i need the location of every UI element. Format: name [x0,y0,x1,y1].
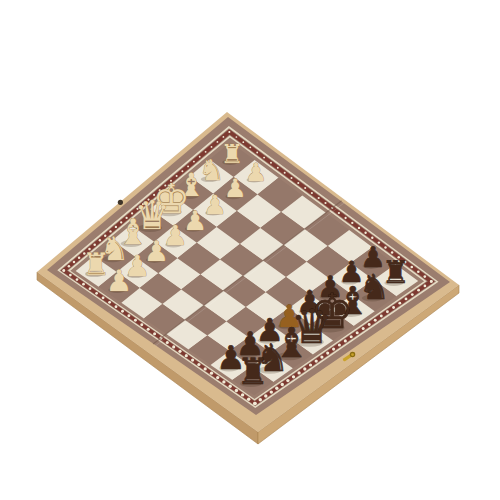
band-dot [398,302,401,305]
band-dot [193,161,195,163]
band-dot [185,354,188,357]
band-dot [115,305,118,308]
band-dot [351,222,353,224]
band-dot [76,278,79,281]
band-dot [324,202,326,204]
band-dot [344,217,346,219]
band-dot [374,319,377,322]
band-dot [178,350,181,353]
band-dot [247,397,250,400]
band-dot [249,146,251,148]
band-dot [297,371,300,374]
band-dot [318,197,320,199]
band-dot [358,227,360,229]
band-dot [78,256,81,259]
band-dot [108,301,111,304]
band-dot [362,327,365,330]
band-dot [73,261,76,264]
chess-set-photo: ♜♞♟♝♟♚♟♛♟♝♟♞♟♟♜♟♟♜♟♟♞♟♝♟♚♟♛♟♝♟♞♜ [0,0,500,500]
band-dot [166,341,169,344]
chess-piece-wP-1-0: ♟ [245,158,267,187]
band-dot [229,385,232,388]
band-dot [270,390,273,393]
band-dot [411,293,414,296]
band-dot [281,383,284,386]
band-dot [311,192,313,194]
band-dot [241,393,244,396]
band-dot [392,306,395,309]
band-dot [344,339,347,342]
band-dot [297,182,299,184]
band-dot [364,232,366,234]
band-dot [211,146,213,148]
band-dot [62,269,65,272]
band-dot [380,315,383,318]
chess-piece-wP-1-7: ♟ [106,264,132,298]
band-dot [121,310,124,313]
band-dot [256,152,258,154]
band-dot [368,323,371,326]
band-dot [197,363,200,366]
band-dot [222,380,225,383]
band-dot [217,141,219,143]
band-dot [210,372,213,375]
band-dot [405,297,408,300]
band-dot [411,266,414,269]
band-dot [303,367,306,370]
band-dot [356,331,359,334]
band-dot [371,237,373,239]
chess-piece-wP-1-1: ♟ [224,173,247,203]
band-dot [290,177,292,179]
band-dot [304,187,306,189]
band-dot [338,343,341,346]
band-dot [253,402,257,406]
band-dot [191,358,194,361]
band-dot [320,356,323,359]
band-dot [264,394,267,397]
band-dot [89,287,92,290]
band-dot [68,265,71,268]
band-dot [284,172,286,174]
band-dot [259,398,262,401]
product-photo: ♜♞♟♝♟♚♟♛♟♝♟♞♟♟♜♟♟♜♟♟♞♟♝♟♚♟♛♟♝♟♞♜ [0,0,500,500]
band-dot [134,319,137,322]
band-dot [127,314,130,317]
band-dot [391,251,394,254]
band-dot [204,367,207,370]
band-dot [270,162,272,164]
band-dot [95,292,98,295]
band-dot [277,167,279,169]
band-dot [424,285,427,288]
band-dot [223,136,225,138]
band-dot [140,323,143,326]
band-dot [153,332,156,335]
chess-piece-bR-7-7: ♜ [237,351,269,392]
band-dot [315,359,318,362]
band-dot [430,280,433,283]
band-dot [423,275,426,278]
band-dot [417,270,420,273]
band-dot [275,387,278,390]
band-dot [229,131,231,133]
band-dot [386,310,389,313]
band-dot [69,274,72,277]
band-dot [338,212,340,214]
band-dot [292,375,295,378]
band-dot [236,136,238,138]
band-dot [172,345,175,348]
band-dot [417,289,420,292]
hinge-pin-icon [118,200,123,205]
band-dot [147,328,150,331]
band-dot [102,296,105,299]
band-dot [82,283,85,286]
